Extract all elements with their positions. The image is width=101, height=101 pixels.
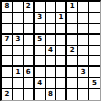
cell-r3c5[interactable] [46,24,57,35]
cell-r2c6[interactable]: 1 [56,13,67,24]
cell-r6c9[interactable] [89,56,100,67]
cell-r1c8[interactable] [78,2,89,13]
cell-r3c7[interactable] [67,24,78,35]
cell-r8c9[interactable]: 5 [89,78,100,89]
cell-r8c3[interactable] [24,78,35,89]
given-digit: 3 [81,69,86,76]
cell-r6c5[interactable] [46,56,57,67]
cell-r7c5[interactable] [46,67,57,78]
cell-r2c7[interactable] [67,13,78,24]
cell-r3c4[interactable] [35,24,46,35]
given-digit: 8 [48,91,53,98]
cell-r9c1[interactable]: 2 [2,89,13,100]
given-digit: 2 [5,91,10,98]
cell-r7c9[interactable] [89,67,100,78]
cell-r8c4[interactable]: 4 [35,78,46,89]
cell-r2c3[interactable] [24,13,35,24]
given-digit: 4 [48,47,53,54]
cell-r7c7[interactable] [67,67,78,78]
cell-r1c7[interactable]: 1 [67,2,78,13]
cell-r5c3[interactable] [24,46,35,57]
cell-r1c9[interactable] [89,2,100,13]
cell-r8c8[interactable] [78,78,89,89]
cell-r3c8[interactable] [78,24,89,35]
cell-r9c8[interactable] [78,89,89,100]
cell-r9c9[interactable] [89,89,100,100]
cell-r7c4[interactable] [35,67,46,78]
given-digit: 1 [15,69,20,76]
cell-r6c7[interactable] [67,56,78,67]
cell-r1c6[interactable] [56,2,67,13]
cell-r5c9[interactable] [89,46,100,57]
cell-r8c5[interactable] [46,78,57,89]
cell-r9c6[interactable] [56,89,67,100]
cell-r5c8[interactable] [78,46,89,57]
cell-r6c2[interactable] [13,56,24,67]
given-digit: 7 [5,36,10,43]
cell-r7c8[interactable]: 3 [78,67,89,78]
given-digit: 2 [70,47,75,54]
cell-r8c7[interactable] [67,78,78,89]
given-digit: 6 [26,69,31,76]
cell-r3c2[interactable] [13,24,24,35]
cell-r3c3[interactable] [24,24,35,35]
cell-r7c1[interactable] [2,67,13,78]
given-digit: 1 [70,3,75,10]
cell-r5c6[interactable] [56,46,67,57]
cell-r6c8[interactable] [78,56,89,67]
given-digit: 3 [37,14,42,21]
given-digit: 1 [58,14,63,21]
given-digit: 4 [37,80,42,87]
cell-r8c6[interactable] [56,78,67,89]
cell-r4c5[interactable] [46,35,57,46]
cell-r1c3[interactable]: 2 [24,2,35,13]
cell-r2c8[interactable] [78,13,89,24]
cell-r9c5[interactable]: 8 [46,89,57,100]
cell-r8c1[interactable] [2,78,13,89]
cell-r7c6[interactable] [56,67,67,78]
cell-r1c1[interactable]: 8 [2,2,13,13]
cell-r9c2[interactable] [13,89,24,100]
cell-r4c6[interactable] [56,35,67,46]
cell-r5c5[interactable]: 4 [46,46,57,57]
cell-r9c7[interactable] [67,89,78,100]
cell-r1c4[interactable] [35,2,46,13]
sudoku-board: 82131735421634528 [0,0,101,101]
cell-r4c8[interactable] [78,35,89,46]
given-digit: 3 [15,36,20,43]
cell-r2c9[interactable] [89,13,100,24]
cell-r2c1[interactable] [2,13,13,24]
cell-r6c4[interactable] [35,56,46,67]
given-digit: 5 [92,80,97,87]
cell-r4c1[interactable]: 7 [2,35,13,46]
cell-r5c1[interactable] [2,46,13,57]
cell-r5c4[interactable] [35,46,46,57]
cell-r2c5[interactable] [46,13,57,24]
cell-r4c3[interactable] [24,35,35,46]
cell-r6c3[interactable] [24,56,35,67]
cell-r3c9[interactable] [89,24,100,35]
cell-r1c2[interactable] [13,2,24,13]
cell-r2c4[interactable]: 3 [35,13,46,24]
cell-r2c2[interactable] [13,13,24,24]
cell-r1c5[interactable] [46,2,57,13]
given-digit: 5 [37,36,42,43]
cell-r3c6[interactable] [56,24,67,35]
cell-r8c2[interactable] [13,78,24,89]
cell-r5c2[interactable] [13,46,24,57]
cell-r4c4[interactable]: 5 [35,35,46,46]
cell-r6c6[interactable] [56,56,67,67]
cell-r4c9[interactable] [89,35,100,46]
cell-r6c1[interactable] [2,56,13,67]
cell-r7c2[interactable]: 1 [13,67,24,78]
cell-r3c1[interactable] [2,24,13,35]
cell-r4c2[interactable]: 3 [13,35,24,46]
given-digit: 8 [5,3,10,10]
cell-r7c3[interactable]: 6 [24,67,35,78]
cell-r9c4[interactable] [35,89,46,100]
given-digit: 2 [26,3,31,10]
cell-r5c7[interactable]: 2 [67,46,78,57]
cell-r9c3[interactable] [24,89,35,100]
cell-r4c7[interactable] [67,35,78,46]
